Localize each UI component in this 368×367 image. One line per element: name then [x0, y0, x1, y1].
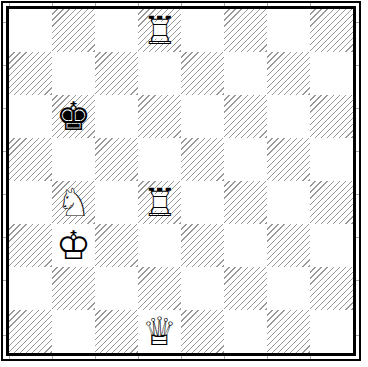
square-a4[interactable]: [9, 181, 52, 224]
square-c1[interactable]: [95, 310, 138, 353]
square-h4[interactable]: [310, 181, 353, 224]
piece-white-king[interactable]: ♚♔: [52, 224, 95, 267]
square-f8[interactable]: [224, 9, 267, 52]
square-c5[interactable]: [95, 138, 138, 181]
square-d3[interactable]: [138, 224, 181, 267]
square-b4[interactable]: ♞♘: [52, 181, 95, 224]
white-queen-glyph: ♕: [142, 310, 177, 353]
square-f1[interactable]: [224, 310, 267, 353]
square-f3[interactable]: [224, 224, 267, 267]
black-king-glyph: ♚: [56, 95, 91, 138]
square-d5[interactable]: [138, 138, 181, 181]
chess-board-inner-border: ♜♖♚♚♞♘♜♖♚♔♛♕: [6, 6, 356, 356]
square-d7[interactable]: [138, 52, 181, 95]
square-a5[interactable]: [9, 138, 52, 181]
square-b8[interactable]: [52, 9, 95, 52]
square-h8[interactable]: [310, 9, 353, 52]
square-a2[interactable]: [9, 267, 52, 310]
square-d2[interactable]: [138, 267, 181, 310]
square-c4[interactable]: [95, 181, 138, 224]
square-g3[interactable]: [267, 224, 310, 267]
square-b6[interactable]: ♚♚: [52, 95, 95, 138]
square-g7[interactable]: [267, 52, 310, 95]
piece-white-knight[interactable]: ♞♘: [52, 181, 95, 224]
square-b3[interactable]: ♚♔: [52, 224, 95, 267]
piece-white-queen[interactable]: ♛♕: [138, 310, 181, 353]
piece-black-king[interactable]: ♚♚: [52, 95, 95, 138]
square-a3[interactable]: [9, 224, 52, 267]
white-knight-glyph: ♘: [56, 181, 91, 224]
chess-board: ♜♖♚♚♞♘♜♖♚♔♛♕: [9, 9, 353, 353]
square-f5[interactable]: [224, 138, 267, 181]
square-d6[interactable]: [138, 95, 181, 138]
square-e8[interactable]: [181, 9, 224, 52]
square-a6[interactable]: [9, 95, 52, 138]
square-h7[interactable]: [310, 52, 353, 95]
white-king-glyph: ♔: [56, 224, 91, 267]
square-e7[interactable]: [181, 52, 224, 95]
piece-white-rook[interactable]: ♜♖: [138, 9, 181, 52]
square-h2[interactable]: [310, 267, 353, 310]
square-e6[interactable]: [181, 95, 224, 138]
square-f7[interactable]: [224, 52, 267, 95]
square-a1[interactable]: [9, 310, 52, 353]
square-e2[interactable]: [181, 267, 224, 310]
square-g6[interactable]: [267, 95, 310, 138]
square-e4[interactable]: [181, 181, 224, 224]
square-g2[interactable]: [267, 267, 310, 310]
square-f4[interactable]: [224, 181, 267, 224]
square-e1[interactable]: [181, 310, 224, 353]
square-e3[interactable]: [181, 224, 224, 267]
square-h5[interactable]: [310, 138, 353, 181]
square-c3[interactable]: [95, 224, 138, 267]
square-c7[interactable]: [95, 52, 138, 95]
square-f2[interactable]: [224, 267, 267, 310]
square-g5[interactable]: [267, 138, 310, 181]
square-h3[interactable]: [310, 224, 353, 267]
white-rook-glyph: ♖: [142, 181, 177, 224]
square-b2[interactable]: [52, 267, 95, 310]
square-c8[interactable]: [95, 9, 138, 52]
square-b5[interactable]: [52, 138, 95, 181]
square-h1[interactable]: [310, 310, 353, 353]
chess-board-frame: ♜♖♚♚♞♘♜♖♚♔♛♕: [1, 1, 361, 361]
square-f6[interactable]: [224, 95, 267, 138]
square-g8[interactable]: [267, 9, 310, 52]
square-c6[interactable]: [95, 95, 138, 138]
square-g1[interactable]: [267, 310, 310, 353]
square-b7[interactable]: [52, 52, 95, 95]
square-d1[interactable]: ♛♕: [138, 310, 181, 353]
square-d8[interactable]: ♜♖: [138, 9, 181, 52]
white-rook-glyph: ♖: [142, 9, 177, 52]
square-a7[interactable]: [9, 52, 52, 95]
square-d4[interactable]: ♜♖: [138, 181, 181, 224]
piece-white-rook[interactable]: ♜♖: [138, 181, 181, 224]
square-b1[interactable]: [52, 310, 95, 353]
square-h6[interactable]: [310, 95, 353, 138]
square-c2[interactable]: [95, 267, 138, 310]
square-e5[interactable]: [181, 138, 224, 181]
square-g4[interactable]: [267, 181, 310, 224]
square-a8[interactable]: [9, 9, 52, 52]
